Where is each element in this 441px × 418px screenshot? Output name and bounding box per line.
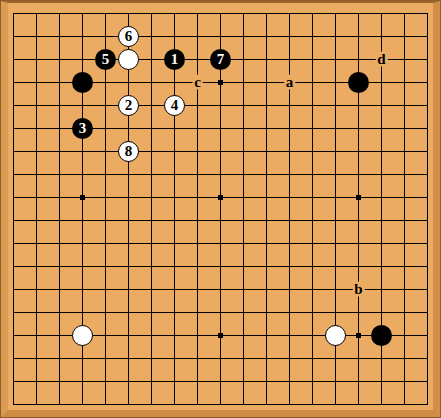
intersection[interactable] (2, 278, 25, 301)
intersection[interactable] (393, 140, 416, 163)
intersection[interactable] (301, 117, 324, 140)
intersection[interactable] (186, 324, 209, 347)
intersection[interactable] (324, 186, 347, 209)
intersection[interactable] (186, 117, 209, 140)
intersection[interactable] (117, 232, 140, 255)
intersection[interactable] (301, 71, 324, 94)
intersection[interactable] (186, 48, 209, 71)
intersection[interactable] (94, 232, 117, 255)
intersection[interactable] (163, 117, 186, 140)
intersection[interactable] (347, 347, 370, 370)
intersection[interactable] (393, 48, 416, 71)
intersection[interactable] (117, 347, 140, 370)
intersection[interactable] (255, 370, 278, 393)
intersection[interactable] (186, 393, 209, 416)
intersection[interactable] (163, 393, 186, 416)
intersection[interactable] (48, 255, 71, 278)
intersection[interactable] (186, 163, 209, 186)
intersection[interactable] (140, 232, 163, 255)
intersection[interactable] (2, 209, 25, 232)
intersection[interactable] (48, 232, 71, 255)
intersection[interactable] (347, 48, 370, 71)
intersection[interactable] (370, 278, 393, 301)
intersection[interactable] (278, 209, 301, 232)
intersection[interactable] (278, 25, 301, 48)
intersection[interactable] (232, 324, 255, 347)
intersection[interactable] (324, 94, 347, 117)
intersection[interactable] (324, 117, 347, 140)
intersection[interactable] (94, 71, 117, 94)
intersection[interactable] (301, 163, 324, 186)
intersection[interactable] (209, 370, 232, 393)
intersection[interactable] (232, 117, 255, 140)
intersection[interactable] (416, 117, 439, 140)
intersection[interactable] (255, 2, 278, 25)
intersection[interactable] (71, 163, 94, 186)
intersection[interactable] (393, 370, 416, 393)
intersection[interactable]: c (186, 71, 209, 94)
intersection[interactable] (416, 71, 439, 94)
intersection[interactable] (94, 209, 117, 232)
intersection[interactable] (393, 209, 416, 232)
intersection[interactable] (2, 232, 25, 255)
intersection[interactable] (324, 48, 347, 71)
intersection[interactable] (25, 301, 48, 324)
intersection[interactable] (94, 278, 117, 301)
intersection[interactable] (209, 278, 232, 301)
intersection[interactable] (324, 301, 347, 324)
intersection[interactable] (416, 324, 439, 347)
intersection[interactable] (347, 117, 370, 140)
intersection[interactable] (278, 2, 301, 25)
intersection[interactable] (209, 140, 232, 163)
intersection[interactable] (163, 2, 186, 25)
intersection[interactable] (209, 94, 232, 117)
intersection[interactable] (393, 163, 416, 186)
intersection[interactable] (255, 324, 278, 347)
intersection[interactable] (48, 2, 71, 25)
intersection[interactable] (232, 163, 255, 186)
intersection[interactable] (232, 347, 255, 370)
intersection[interactable] (25, 324, 48, 347)
intersection[interactable] (209, 25, 232, 48)
intersection[interactable] (25, 25, 48, 48)
intersection[interactable] (209, 347, 232, 370)
intersection[interactable] (48, 48, 71, 71)
intersection[interactable] (25, 186, 48, 209)
intersection[interactable] (324, 255, 347, 278)
intersection[interactable] (140, 71, 163, 94)
intersection[interactable] (140, 48, 163, 71)
intersection[interactable] (2, 163, 25, 186)
intersection[interactable] (140, 186, 163, 209)
intersection[interactable] (209, 232, 232, 255)
intersection[interactable] (393, 324, 416, 347)
intersection[interactable] (324, 209, 347, 232)
intersection[interactable] (370, 117, 393, 140)
intersection[interactable] (416, 278, 439, 301)
intersection[interactable] (163, 209, 186, 232)
intersection[interactable] (209, 117, 232, 140)
intersection[interactable] (48, 324, 71, 347)
intersection[interactable] (232, 25, 255, 48)
intersection[interactable] (393, 301, 416, 324)
intersection[interactable] (416, 255, 439, 278)
intersection[interactable] (232, 48, 255, 71)
intersection[interactable] (416, 25, 439, 48)
intersection[interactable] (2, 347, 25, 370)
intersection[interactable] (278, 255, 301, 278)
intersection[interactable] (347, 232, 370, 255)
intersection[interactable] (163, 347, 186, 370)
intersection[interactable] (370, 94, 393, 117)
intersection[interactable] (416, 94, 439, 117)
intersection[interactable] (255, 94, 278, 117)
intersection[interactable] (301, 48, 324, 71)
intersection[interactable] (370, 209, 393, 232)
intersection[interactable] (71, 186, 94, 209)
intersection[interactable] (2, 48, 25, 71)
intersection[interactable] (71, 347, 94, 370)
intersection[interactable] (94, 163, 117, 186)
intersection[interactable] (48, 393, 71, 416)
intersection[interactable] (140, 140, 163, 163)
intersection[interactable] (278, 393, 301, 416)
intersection[interactable] (48, 71, 71, 94)
intersection[interactable] (209, 301, 232, 324)
intersection[interactable] (2, 324, 25, 347)
intersection[interactable] (347, 25, 370, 48)
intersection[interactable] (393, 232, 416, 255)
intersection[interactable] (209, 393, 232, 416)
intersection[interactable] (94, 255, 117, 278)
intersection[interactable] (393, 186, 416, 209)
intersection[interactable] (278, 301, 301, 324)
intersection[interactable] (416, 2, 439, 25)
intersection[interactable] (163, 140, 186, 163)
intersection[interactable] (301, 232, 324, 255)
intersection[interactable] (255, 140, 278, 163)
intersection[interactable] (232, 71, 255, 94)
intersection[interactable] (94, 25, 117, 48)
intersection[interactable]: 3 (71, 117, 94, 140)
intersection[interactable] (255, 71, 278, 94)
intersection[interactable] (25, 393, 48, 416)
intersection[interactable] (2, 301, 25, 324)
intersection[interactable] (25, 370, 48, 393)
intersection[interactable] (71, 232, 94, 255)
intersection[interactable] (94, 347, 117, 370)
intersection[interactable] (278, 186, 301, 209)
intersection[interactable] (2, 117, 25, 140)
intersection[interactable] (232, 370, 255, 393)
intersection[interactable] (416, 301, 439, 324)
intersection[interactable] (163, 186, 186, 209)
intersection[interactable] (324, 25, 347, 48)
intersection[interactable] (301, 140, 324, 163)
intersection[interactable] (163, 370, 186, 393)
intersection[interactable] (301, 25, 324, 48)
intersection[interactable] (416, 48, 439, 71)
intersection[interactable] (25, 117, 48, 140)
intersection[interactable] (324, 2, 347, 25)
intersection[interactable] (117, 186, 140, 209)
intersection[interactable] (186, 140, 209, 163)
intersection[interactable] (416, 209, 439, 232)
intersection[interactable] (232, 255, 255, 278)
intersection[interactable] (163, 25, 186, 48)
intersection[interactable] (71, 140, 94, 163)
intersection[interactable] (393, 71, 416, 94)
intersection[interactable] (94, 94, 117, 117)
intersection[interactable] (278, 48, 301, 71)
intersection[interactable] (140, 370, 163, 393)
intersection[interactable] (209, 71, 232, 94)
intersection[interactable] (278, 370, 301, 393)
intersection[interactable] (94, 140, 117, 163)
intersection[interactable] (278, 232, 301, 255)
intersection[interactable]: 7 (209, 48, 232, 71)
intersection[interactable] (301, 370, 324, 393)
intersection[interactable] (140, 324, 163, 347)
intersection[interactable] (370, 393, 393, 416)
intersection[interactable] (347, 186, 370, 209)
intersection[interactable] (255, 255, 278, 278)
intersection[interactable] (232, 94, 255, 117)
intersection[interactable] (2, 25, 25, 48)
intersection[interactable] (94, 324, 117, 347)
intersection[interactable] (416, 232, 439, 255)
intersection[interactable] (370, 2, 393, 25)
intersection[interactable] (163, 324, 186, 347)
intersection[interactable] (71, 2, 94, 25)
intersection[interactable] (48, 140, 71, 163)
intersection[interactable] (209, 186, 232, 209)
intersection[interactable] (324, 393, 347, 416)
intersection[interactable] (301, 2, 324, 25)
intersection[interactable] (255, 186, 278, 209)
intersection[interactable] (347, 301, 370, 324)
intersection[interactable] (278, 347, 301, 370)
intersection[interactable] (324, 324, 347, 347)
intersection[interactable] (117, 278, 140, 301)
intersection[interactable] (347, 140, 370, 163)
intersection[interactable] (278, 278, 301, 301)
intersection[interactable] (186, 2, 209, 25)
intersection[interactable] (255, 209, 278, 232)
intersection[interactable] (232, 140, 255, 163)
intersection[interactable] (25, 71, 48, 94)
intersection[interactable] (117, 324, 140, 347)
intersection[interactable] (117, 71, 140, 94)
intersection[interactable] (347, 370, 370, 393)
intersection[interactable] (278, 324, 301, 347)
intersection[interactable] (140, 347, 163, 370)
intersection[interactable] (255, 232, 278, 255)
intersection[interactable] (71, 393, 94, 416)
intersection[interactable] (186, 186, 209, 209)
intersection[interactable] (94, 393, 117, 416)
intersection[interactable] (209, 209, 232, 232)
intersection[interactable] (186, 94, 209, 117)
intersection[interactable] (186, 301, 209, 324)
intersection[interactable] (163, 255, 186, 278)
intersection[interactable] (2, 186, 25, 209)
intersection[interactable] (370, 347, 393, 370)
intersection[interactable] (117, 393, 140, 416)
intersection[interactable] (232, 2, 255, 25)
intersection[interactable] (393, 117, 416, 140)
intersection[interactable] (301, 94, 324, 117)
intersection[interactable] (370, 163, 393, 186)
intersection[interactable] (416, 393, 439, 416)
intersection[interactable] (278, 163, 301, 186)
intersection[interactable] (301, 209, 324, 232)
intersection[interactable] (140, 393, 163, 416)
intersection[interactable] (255, 301, 278, 324)
intersection[interactable] (48, 163, 71, 186)
intersection[interactable] (370, 370, 393, 393)
intersection[interactable] (25, 232, 48, 255)
intersection[interactable] (48, 278, 71, 301)
intersection[interactable] (324, 140, 347, 163)
intersection[interactable] (2, 71, 25, 94)
intersection[interactable]: 5 (94, 48, 117, 71)
intersection[interactable]: 1 (163, 48, 186, 71)
intersection[interactable] (301, 255, 324, 278)
intersection[interactable] (140, 163, 163, 186)
intersection[interactable] (416, 370, 439, 393)
intersection[interactable] (209, 2, 232, 25)
intersection[interactable] (140, 301, 163, 324)
intersection[interactable] (232, 278, 255, 301)
intersection[interactable] (347, 393, 370, 416)
intersection[interactable] (324, 347, 347, 370)
intersection[interactable] (117, 255, 140, 278)
intersection[interactable] (347, 71, 370, 94)
intersection[interactable] (393, 393, 416, 416)
intersection[interactable] (94, 117, 117, 140)
intersection[interactable] (140, 209, 163, 232)
intersection[interactable] (117, 48, 140, 71)
intersection[interactable] (48, 301, 71, 324)
intersection[interactable] (347, 324, 370, 347)
intersection[interactable] (370, 71, 393, 94)
intersection[interactable] (25, 163, 48, 186)
intersection[interactable] (48, 117, 71, 140)
intersection[interactable] (25, 278, 48, 301)
intersection[interactable] (48, 25, 71, 48)
intersection[interactable] (186, 370, 209, 393)
intersection[interactable] (301, 301, 324, 324)
intersection[interactable] (2, 94, 25, 117)
intersection[interactable] (25, 209, 48, 232)
intersection[interactable] (71, 255, 94, 278)
intersection[interactable] (255, 347, 278, 370)
intersection[interactable] (117, 117, 140, 140)
intersection[interactable] (209, 324, 232, 347)
intersection[interactable] (370, 301, 393, 324)
intersection[interactable] (232, 393, 255, 416)
intersection[interactable] (94, 2, 117, 25)
intersection[interactable] (416, 186, 439, 209)
intersection[interactable] (48, 370, 71, 393)
intersection[interactable] (71, 301, 94, 324)
intersection[interactable] (186, 209, 209, 232)
intersection[interactable] (255, 48, 278, 71)
intersection[interactable] (347, 209, 370, 232)
intersection[interactable] (301, 393, 324, 416)
intersection[interactable] (324, 278, 347, 301)
intersection[interactable] (163, 301, 186, 324)
intersection[interactable] (25, 48, 48, 71)
intersection[interactable] (416, 163, 439, 186)
intersection[interactable] (209, 163, 232, 186)
intersection[interactable]: a (278, 71, 301, 94)
intersection[interactable] (2, 2, 25, 25)
intersection[interactable] (393, 347, 416, 370)
intersection[interactable] (71, 324, 94, 347)
intersection[interactable] (140, 255, 163, 278)
intersection[interactable]: 4 (163, 94, 186, 117)
intersection[interactable] (94, 186, 117, 209)
intersection[interactable] (140, 117, 163, 140)
intersection[interactable]: b (347, 278, 370, 301)
intersection[interactable]: 6 (117, 25, 140, 48)
intersection[interactable] (71, 48, 94, 71)
intersection[interactable] (209, 255, 232, 278)
intersection[interactable] (71, 209, 94, 232)
intersection[interactable] (48, 94, 71, 117)
intersection[interactable] (347, 2, 370, 25)
intersection[interactable] (255, 163, 278, 186)
intersection[interactable] (301, 278, 324, 301)
intersection[interactable] (140, 25, 163, 48)
intersection[interactable] (2, 140, 25, 163)
intersection[interactable] (255, 117, 278, 140)
intersection[interactable] (393, 255, 416, 278)
intersection[interactable] (71, 370, 94, 393)
intersection[interactable] (324, 232, 347, 255)
intersection[interactable] (393, 94, 416, 117)
intersection[interactable] (94, 301, 117, 324)
intersection[interactable] (255, 278, 278, 301)
intersection[interactable] (301, 324, 324, 347)
intersection[interactable] (301, 186, 324, 209)
intersection[interactable] (347, 163, 370, 186)
intersection[interactable]: 2 (117, 94, 140, 117)
intersection[interactable] (163, 163, 186, 186)
intersection[interactable] (370, 25, 393, 48)
intersection[interactable] (94, 370, 117, 393)
intersection[interactable] (186, 232, 209, 255)
intersection[interactable]: d (370, 48, 393, 71)
intersection[interactable] (324, 163, 347, 186)
intersection[interactable] (163, 232, 186, 255)
intersection[interactable] (324, 370, 347, 393)
intersection[interactable] (117, 209, 140, 232)
intersection[interactable] (186, 255, 209, 278)
intersection[interactable] (140, 94, 163, 117)
intersection[interactable] (370, 186, 393, 209)
intersection[interactable] (71, 71, 94, 94)
intersection[interactable]: 8 (117, 140, 140, 163)
intersection[interactable] (393, 25, 416, 48)
intersection[interactable] (416, 140, 439, 163)
intersection[interactable] (2, 255, 25, 278)
intersection[interactable] (393, 278, 416, 301)
intersection[interactable] (370, 255, 393, 278)
